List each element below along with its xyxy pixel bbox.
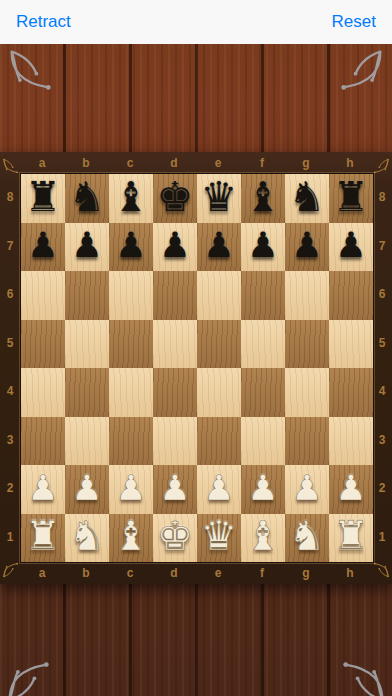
square-g3[interactable] xyxy=(285,417,329,466)
square-g1[interactable]: ♞ xyxy=(285,514,329,563)
square-d2[interactable]: ♟ xyxy=(153,465,197,514)
square-f3[interactable] xyxy=(241,417,285,466)
square-d3[interactable] xyxy=(153,417,197,466)
gold-flourish-icon xyxy=(373,154,390,174)
piece-black-pawn[interactable]: ♟ xyxy=(335,228,366,263)
square-b3[interactable] xyxy=(65,417,109,466)
square-d4[interactable] xyxy=(153,368,197,417)
piece-black-queen[interactable]: ♛ xyxy=(201,177,238,218)
square-c2[interactable]: ♟ xyxy=(109,465,153,514)
square-g2[interactable]: ♟ xyxy=(285,465,329,514)
square-f8[interactable]: ♝ xyxy=(241,174,285,223)
square-c4[interactable] xyxy=(109,368,153,417)
piece-black-pawn[interactable]: ♟ xyxy=(27,228,58,263)
rank-labels-right: 87654321 xyxy=(372,173,392,561)
square-d5[interactable] xyxy=(153,320,197,369)
square-f7[interactable]: ♟ xyxy=(241,223,285,272)
square-b7[interactable]: ♟ xyxy=(65,223,109,272)
file-label-g: g xyxy=(284,152,328,173)
square-c6[interactable] xyxy=(109,271,153,320)
piece-white-rook[interactable]: ♜ xyxy=(333,516,370,557)
square-a1[interactable]: ♜ xyxy=(21,514,65,563)
square-h7[interactable]: ♟ xyxy=(329,223,373,272)
silver-flourish-icon xyxy=(337,48,387,92)
rank-label-5: 5 xyxy=(0,319,20,368)
piece-black-knight[interactable]: ♞ xyxy=(289,177,326,218)
file-label-b: b xyxy=(64,561,108,584)
rank-label-1: 1 xyxy=(372,513,392,562)
square-b8[interactable]: ♞ xyxy=(65,174,109,223)
toolbar: Retract Reset xyxy=(0,0,392,44)
square-a8[interactable]: ♜ xyxy=(21,174,65,223)
square-b5[interactable] xyxy=(65,320,109,369)
square-b2[interactable]: ♟ xyxy=(65,465,109,514)
rank-label-6: 6 xyxy=(372,270,392,319)
square-d7[interactable]: ♟ xyxy=(153,223,197,272)
piece-black-knight[interactable]: ♞ xyxy=(69,177,106,218)
file-label-f: f xyxy=(240,561,284,584)
piece-black-king[interactable]: ♚ xyxy=(157,177,194,218)
rank-label-3: 3 xyxy=(0,416,20,465)
square-g8[interactable]: ♞ xyxy=(285,174,329,223)
piece-white-pawn[interactable]: ♟ xyxy=(247,471,278,506)
rank-label-3: 3 xyxy=(372,416,392,465)
square-g7[interactable]: ♟ xyxy=(285,223,329,272)
file-label-b: b xyxy=(64,152,108,173)
chess-board: abcdefgh 87654321 87654321 ♜♞♝♚♛♝♞♜♟♟♟♟♟… xyxy=(0,152,392,584)
piece-white-bishop[interactable]: ♝ xyxy=(245,516,282,557)
square-d1[interactable]: ♚ xyxy=(153,514,197,563)
piece-white-queen[interactable]: ♛ xyxy=(201,516,238,557)
square-c7[interactable]: ♟ xyxy=(109,223,153,272)
file-label-a: a xyxy=(20,561,64,584)
square-b1[interactable]: ♞ xyxy=(65,514,109,563)
square-a2[interactable]: ♟ xyxy=(21,465,65,514)
square-g6[interactable] xyxy=(285,271,329,320)
gold-flourish-icon xyxy=(2,154,19,174)
square-f5[interactable] xyxy=(241,320,285,369)
rank-label-4: 4 xyxy=(372,367,392,416)
square-e1[interactable]: ♛ xyxy=(197,514,241,563)
square-h4[interactable] xyxy=(329,368,373,417)
square-h5[interactable] xyxy=(329,320,373,369)
rank-label-7: 7 xyxy=(372,222,392,271)
silver-flourish-icon xyxy=(339,660,389,696)
square-h8[interactable]: ♜ xyxy=(329,174,373,223)
square-f4[interactable] xyxy=(241,368,285,417)
square-a7[interactable]: ♟ xyxy=(21,223,65,272)
square-e3[interactable] xyxy=(197,417,241,466)
gold-flourish-icon xyxy=(373,562,390,582)
square-b6[interactable] xyxy=(65,271,109,320)
silver-flourish-icon xyxy=(3,660,53,696)
square-e4[interactable] xyxy=(197,368,241,417)
square-e8[interactable]: ♛ xyxy=(197,174,241,223)
piece-black-pawn[interactable]: ♟ xyxy=(291,228,322,263)
rank-label-8: 8 xyxy=(0,173,20,222)
square-h6[interactable] xyxy=(329,271,373,320)
file-labels-top: abcdefgh xyxy=(20,152,372,173)
square-f1[interactable]: ♝ xyxy=(241,514,285,563)
square-h3[interactable] xyxy=(329,417,373,466)
board-grid: ♜♞♝♚♛♝♞♜♟♟♟♟♟♟♟♟♟♟♟♟♟♟♟♟♜♞♝♚♛♝♞♜ xyxy=(20,173,374,563)
square-h1[interactable]: ♜ xyxy=(329,514,373,563)
piece-black-pawn[interactable]: ♟ xyxy=(159,228,190,263)
rank-label-1: 1 xyxy=(0,513,20,562)
square-d8[interactable]: ♚ xyxy=(153,174,197,223)
retract-button[interactable]: Retract xyxy=(16,12,71,32)
piece-black-pawn[interactable]: ♟ xyxy=(203,228,234,263)
piece-white-pawn[interactable]: ♟ xyxy=(71,471,102,506)
piece-white-rook[interactable]: ♜ xyxy=(25,516,62,557)
piece-white-knight[interactable]: ♞ xyxy=(69,516,106,557)
gold-flourish-icon xyxy=(2,562,19,582)
file-label-h: h xyxy=(328,152,372,173)
reset-button[interactable]: Reset xyxy=(332,12,376,32)
rank-label-7: 7 xyxy=(0,222,20,271)
piece-white-pawn[interactable]: ♟ xyxy=(115,471,146,506)
square-c8[interactable]: ♝ xyxy=(109,174,153,223)
piece-white-knight[interactable]: ♞ xyxy=(289,516,326,557)
square-e7[interactable]: ♟ xyxy=(197,223,241,272)
piece-black-pawn[interactable]: ♟ xyxy=(115,228,146,263)
file-labels-bottom: abcdefgh xyxy=(20,561,372,584)
piece-white-pawn[interactable]: ♟ xyxy=(203,471,234,506)
piece-white-king[interactable]: ♚ xyxy=(157,516,194,557)
square-a4[interactable] xyxy=(21,368,65,417)
rank-label-4: 4 xyxy=(0,367,20,416)
piece-black-rook[interactable]: ♜ xyxy=(25,177,62,218)
square-e5[interactable] xyxy=(197,320,241,369)
square-f2[interactable]: ♟ xyxy=(241,465,285,514)
square-a5[interactable] xyxy=(21,320,65,369)
file-label-c: c xyxy=(108,152,152,173)
file-label-f: f xyxy=(240,152,284,173)
rank-label-5: 5 xyxy=(372,319,392,368)
square-g4[interactable] xyxy=(285,368,329,417)
square-e6[interactable] xyxy=(197,271,241,320)
rank-label-2: 2 xyxy=(0,464,20,513)
piece-black-pawn[interactable]: ♟ xyxy=(247,228,278,263)
rank-labels-left: 87654321 xyxy=(0,173,20,561)
square-f6[interactable] xyxy=(241,271,285,320)
square-a6[interactable] xyxy=(21,271,65,320)
file-label-e: e xyxy=(196,152,240,173)
piece-white-bishop[interactable]: ♝ xyxy=(113,516,150,557)
piece-black-pawn[interactable]: ♟ xyxy=(71,228,102,263)
silver-flourish-icon xyxy=(5,48,55,92)
square-d6[interactable] xyxy=(153,271,197,320)
piece-black-rook[interactable]: ♜ xyxy=(333,177,370,218)
file-label-a: a xyxy=(20,152,64,173)
file-label-d: d xyxy=(152,152,196,173)
piece-white-pawn[interactable]: ♟ xyxy=(159,471,190,506)
file-label-d: d xyxy=(152,561,196,584)
square-b4[interactable] xyxy=(65,368,109,417)
piece-white-pawn[interactable]: ♟ xyxy=(291,471,322,506)
square-c5[interactable] xyxy=(109,320,153,369)
piece-white-pawn[interactable]: ♟ xyxy=(335,471,366,506)
file-label-h: h xyxy=(328,561,372,584)
square-h2[interactable]: ♟ xyxy=(329,465,373,514)
piece-white-pawn[interactable]: ♟ xyxy=(27,471,58,506)
square-c3[interactable] xyxy=(109,417,153,466)
square-a3[interactable] xyxy=(21,417,65,466)
file-label-g: g xyxy=(284,561,328,584)
rank-label-8: 8 xyxy=(372,173,392,222)
rank-label-2: 2 xyxy=(372,464,392,513)
piece-black-bishop[interactable]: ♝ xyxy=(245,177,282,218)
square-g5[interactable] xyxy=(285,320,329,369)
file-label-c: c xyxy=(108,561,152,584)
piece-black-bishop[interactable]: ♝ xyxy=(113,177,150,218)
app-screen: Retract Reset abcdefgh 87654321 87654321… xyxy=(0,0,392,696)
square-c1[interactable]: ♝ xyxy=(109,514,153,563)
file-label-e: e xyxy=(196,561,240,584)
rank-label-6: 6 xyxy=(0,270,20,319)
square-e2[interactable]: ♟ xyxy=(197,465,241,514)
